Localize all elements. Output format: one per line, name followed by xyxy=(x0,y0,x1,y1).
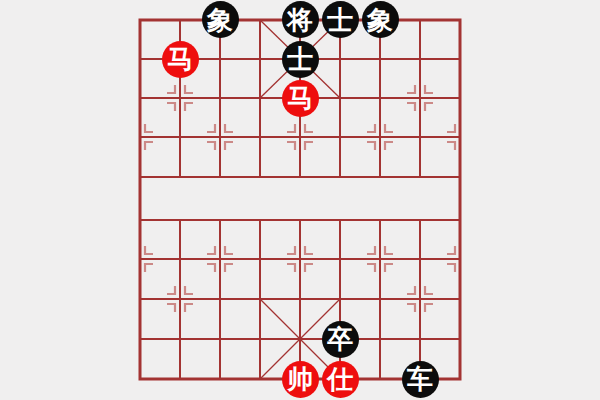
piece-black-general[interactable]: 将 xyxy=(282,1,319,38)
piece-red-horse[interactable]: 马 xyxy=(162,41,199,78)
piece-layer: 象将士象马士马卒帅仕车 xyxy=(120,0,480,399)
piece-red-advisor[interactable]: 仕 xyxy=(322,361,359,398)
piece-black-advisor[interactable]: 士 xyxy=(282,41,319,78)
piece-black-soldier[interactable]: 卒 xyxy=(322,321,359,358)
piece-black-advisor[interactable]: 士 xyxy=(322,1,359,38)
piece-red-general[interactable]: 帅 xyxy=(282,361,319,398)
piece-red-horse[interactable]: 马 xyxy=(282,80,319,117)
piece-black-elephant[interactable]: 象 xyxy=(202,1,239,38)
xiangqi-board[interactable]: 象将士象马士马卒帅仕车 xyxy=(0,0,600,400)
piece-black-chariot[interactable]: 车 xyxy=(402,361,439,398)
piece-black-elephant[interactable]: 象 xyxy=(362,1,399,38)
